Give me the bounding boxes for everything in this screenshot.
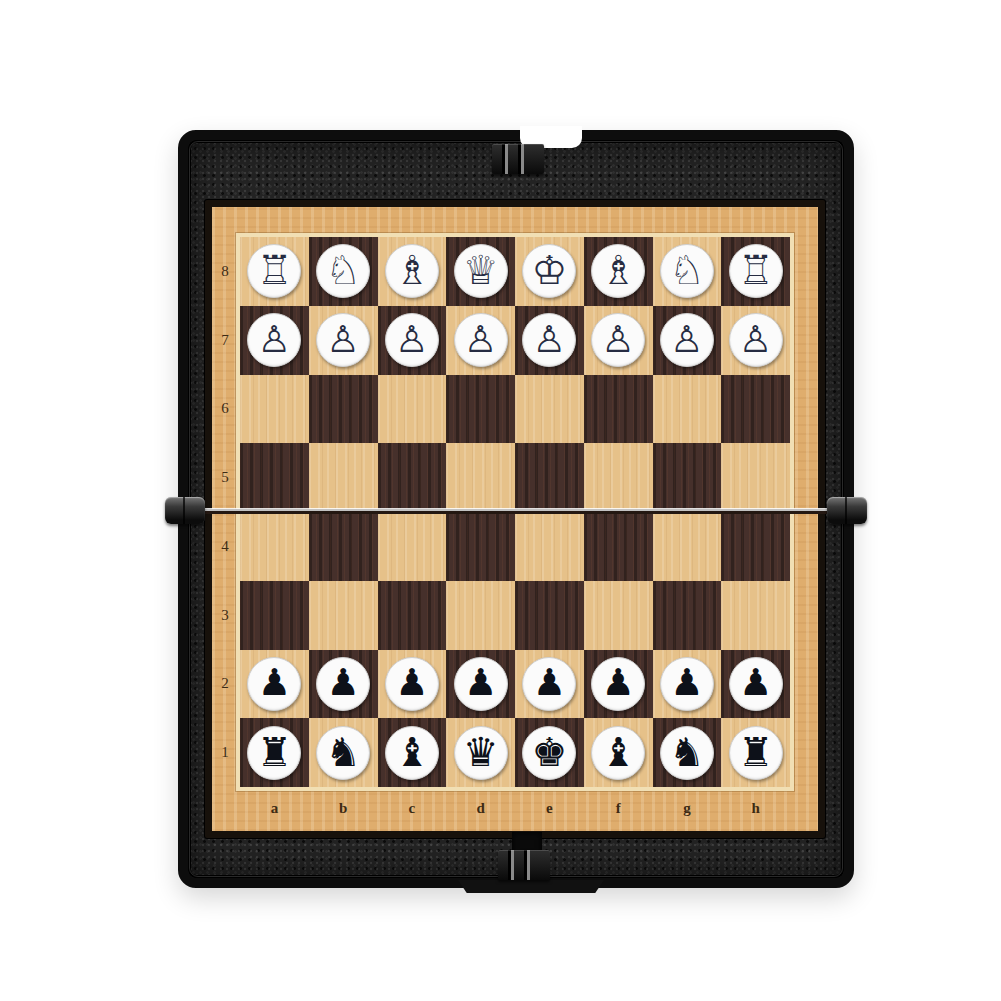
- rank-label-2: 2: [212, 650, 238, 719]
- square-a5[interactable]: [240, 443, 309, 512]
- square-f6[interactable]: [584, 375, 653, 444]
- piece-glyph: ♖: [256, 250, 292, 290]
- square-a1[interactable]: ♜: [240, 718, 309, 787]
- piece-wB[interactable]: ♗: [591, 244, 645, 298]
- piece-glyph: ♘: [325, 250, 361, 290]
- piece-glyph: ♟: [258, 664, 291, 701]
- piece-bN[interactable]: ♞: [316, 726, 370, 780]
- piece-glyph: ♘: [669, 250, 705, 290]
- piece-wP[interactable]: ♙: [729, 313, 783, 367]
- square-d2[interactable]: ♟: [446, 650, 515, 719]
- square-d3[interactable]: [446, 581, 515, 650]
- piece-bN[interactable]: ♞: [660, 726, 714, 780]
- square-c3[interactable]: [378, 581, 447, 650]
- left-hinge-knuckle: [165, 497, 205, 524]
- piece-bP[interactable]: ♟: [316, 657, 370, 711]
- file-label-c: c: [378, 793, 447, 823]
- square-a4[interactable]: [240, 512, 309, 581]
- piece-wP[interactable]: ♙: [247, 313, 301, 367]
- square-c4[interactable]: [378, 512, 447, 581]
- square-e7[interactable]: ♙: [515, 306, 584, 375]
- piece-wP[interactable]: ♙: [454, 313, 508, 367]
- square-g7[interactable]: ♙: [653, 306, 722, 375]
- square-c6[interactable]: [378, 375, 447, 444]
- square-h8[interactable]: ♖: [721, 237, 790, 306]
- piece-glyph: ♗: [394, 250, 430, 290]
- piece-bB[interactable]: ♝: [591, 726, 645, 780]
- square-d4[interactable]: [446, 512, 515, 581]
- piece-bQ[interactable]: ♛: [454, 726, 508, 780]
- square-h7[interactable]: ♙: [721, 306, 790, 375]
- square-e6[interactable]: [515, 375, 584, 444]
- square-g3[interactable]: [653, 581, 722, 650]
- square-a2[interactable]: ♟: [240, 650, 309, 719]
- square-b2[interactable]: ♟: [309, 650, 378, 719]
- square-b3[interactable]: [309, 581, 378, 650]
- piece-bK[interactable]: ♚: [522, 726, 576, 780]
- piece-glyph: ♙: [464, 321, 497, 358]
- piece-glyph: ♙: [327, 321, 360, 358]
- top-clasp-tab: [492, 144, 544, 174]
- piece-glyph: ♙: [739, 321, 772, 358]
- piece-glyph: ♙: [395, 321, 428, 358]
- square-b4[interactable]: [309, 512, 378, 581]
- piece-bR[interactable]: ♜: [729, 726, 783, 780]
- piece-glyph: ♟: [602, 664, 635, 701]
- piece-glyph: ♚: [531, 732, 567, 772]
- piece-wN[interactable]: ♘: [660, 244, 714, 298]
- square-h1[interactable]: ♜: [721, 718, 790, 787]
- file-label-a: a: [240, 793, 309, 823]
- piece-glyph: ♙: [602, 321, 635, 358]
- piece-glyph: ♟: [395, 664, 428, 701]
- piece-wP[interactable]: ♙: [591, 313, 645, 367]
- square-a8[interactable]: ♖: [240, 237, 309, 306]
- piece-glyph: ♞: [325, 732, 361, 772]
- piece-bR[interactable]: ♜: [247, 726, 301, 780]
- square-h2[interactable]: ♟: [721, 650, 790, 719]
- piece-wP[interactable]: ♙: [660, 313, 714, 367]
- case-bottom-step: [458, 880, 604, 893]
- rank-label-5: 5: [212, 443, 238, 512]
- piece-glyph: ♛: [463, 732, 499, 772]
- square-h3[interactable]: [721, 581, 790, 650]
- piece-glyph: ♝: [394, 732, 430, 772]
- square-d5[interactable]: [446, 443, 515, 512]
- piece-wK[interactable]: ♔: [522, 244, 576, 298]
- piece-wP[interactable]: ♙: [316, 313, 370, 367]
- file-label-e: e: [515, 793, 584, 823]
- piece-glyph: ♟: [739, 664, 772, 701]
- square-g5[interactable]: [653, 443, 722, 512]
- piece-wP[interactable]: ♙: [385, 313, 439, 367]
- square-b7[interactable]: ♙: [309, 306, 378, 375]
- square-e3[interactable]: [515, 581, 584, 650]
- right-hinge-knuckle: [827, 497, 867, 524]
- square-c1[interactable]: ♝: [378, 718, 447, 787]
- square-d6[interactable]: [446, 375, 515, 444]
- piece-bB[interactable]: ♝: [385, 726, 439, 780]
- square-b8[interactable]: ♘: [309, 237, 378, 306]
- piece-glyph: ♝: [600, 732, 636, 772]
- rank-label-1: 1: [212, 718, 238, 787]
- piece-bP[interactable]: ♟: [522, 657, 576, 711]
- square-g4[interactable]: [653, 512, 722, 581]
- bottom-clasp-tab: [498, 850, 550, 880]
- file-label-f: f: [584, 793, 653, 823]
- piece-bP[interactable]: ♟: [454, 657, 508, 711]
- piece-glyph: ♟: [464, 664, 497, 701]
- square-c7[interactable]: ♙: [378, 306, 447, 375]
- square-b6[interactable]: [309, 375, 378, 444]
- piece-wQ[interactable]: ♕: [454, 244, 508, 298]
- square-g2[interactable]: ♟: [653, 650, 722, 719]
- piece-glyph: ♜: [738, 732, 774, 772]
- piece-glyph: ♙: [258, 321, 291, 358]
- square-g1[interactable]: ♞: [653, 718, 722, 787]
- square-d7[interactable]: ♙: [446, 306, 515, 375]
- piece-bP[interactable]: ♟: [385, 657, 439, 711]
- rank-label-8: 8: [212, 237, 238, 306]
- piece-bP[interactable]: ♟: [591, 657, 645, 711]
- piece-glyph: ♟: [327, 664, 360, 701]
- product-photo-stage: 87654321 ♖♘♗♕♔♗♘♖♙♙♙♙♙♙♙♙♟♟♟♟♟♟♟♟♜♞♝♛♚♝♞…: [0, 0, 1001, 1001]
- piece-wP[interactable]: ♙: [522, 313, 576, 367]
- board-fold-hinge-line: [172, 508, 860, 514]
- square-e2[interactable]: ♟: [515, 650, 584, 719]
- rank-label-6: 6: [212, 375, 238, 444]
- piece-wR[interactable]: ♖: [247, 244, 301, 298]
- square-f1[interactable]: ♝: [584, 718, 653, 787]
- square-f8[interactable]: ♗: [584, 237, 653, 306]
- square-f5[interactable]: [584, 443, 653, 512]
- square-f7[interactable]: ♙: [584, 306, 653, 375]
- chess-board: 87654321 ♖♘♗♕♔♗♘♖♙♙♙♙♙♙♙♙♟♟♟♟♟♟♟♟♜♞♝♛♚♝♞…: [205, 200, 825, 838]
- square-f4[interactable]: [584, 512, 653, 581]
- square-h6[interactable]: [721, 375, 790, 444]
- file-label-h: h: [721, 793, 790, 823]
- square-e5[interactable]: [515, 443, 584, 512]
- file-label-b: b: [309, 793, 378, 823]
- piece-wR[interactable]: ♖: [729, 244, 783, 298]
- rank-label-3: 3: [212, 581, 238, 650]
- square-e8[interactable]: ♔: [515, 237, 584, 306]
- square-c8[interactable]: ♗: [378, 237, 447, 306]
- rank-label-4: 4: [212, 512, 238, 581]
- piece-glyph: ♙: [533, 321, 566, 358]
- piece-wB[interactable]: ♗: [385, 244, 439, 298]
- square-b1[interactable]: ♞: [309, 718, 378, 787]
- square-g6[interactable]: [653, 375, 722, 444]
- file-label-g: g: [653, 793, 722, 823]
- file-label-d: d: [446, 793, 515, 823]
- piece-bP[interactable]: ♟: [729, 657, 783, 711]
- square-a6[interactable]: [240, 375, 309, 444]
- square-f3[interactable]: [584, 581, 653, 650]
- square-c5[interactable]: [378, 443, 447, 512]
- square-a7[interactable]: ♙: [240, 306, 309, 375]
- piece-glyph: ♟: [670, 664, 703, 701]
- piece-glyph: ♜: [256, 732, 292, 772]
- piece-glyph: ♟: [533, 664, 566, 701]
- piece-bP[interactable]: ♟: [247, 657, 301, 711]
- piece-glyph: ♗: [600, 250, 636, 290]
- piece-glyph: ♙: [670, 321, 703, 358]
- square-h4[interactable]: [721, 512, 790, 581]
- piece-glyph: ♔: [531, 250, 567, 290]
- square-a3[interactable]: [240, 581, 309, 650]
- square-e4[interactable]: [515, 512, 584, 581]
- piece-glyph: ♞: [669, 732, 705, 772]
- square-e1[interactable]: ♚: [515, 718, 584, 787]
- square-b5[interactable]: [309, 443, 378, 512]
- square-d1[interactable]: ♛: [446, 718, 515, 787]
- piece-wN[interactable]: ♘: [316, 244, 370, 298]
- square-g8[interactable]: ♘: [653, 237, 722, 306]
- rank-label-7: 7: [212, 306, 238, 375]
- square-h5[interactable]: [721, 443, 790, 512]
- piece-glyph: ♖: [738, 250, 774, 290]
- square-c2[interactable]: ♟: [378, 650, 447, 719]
- piece-bP[interactable]: ♟: [660, 657, 714, 711]
- file-labels: abcdefgh: [240, 793, 790, 823]
- board-border: 87654321 ♖♘♗♕♔♗♘♖♙♙♙♙♙♙♙♙♟♟♟♟♟♟♟♟♜♞♝♛♚♝♞…: [212, 207, 818, 831]
- square-f2[interactable]: ♟: [584, 650, 653, 719]
- piece-glyph: ♕: [463, 250, 499, 290]
- square-d8[interactable]: ♕: [446, 237, 515, 306]
